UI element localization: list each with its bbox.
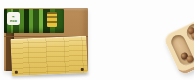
- hinge-pin-icon: [15, 71, 18, 74]
- eco-badge-label: eco: [10, 19, 17, 23]
- product-photo-open-board[interactable]: [85, 0, 194, 80]
- closed-bamboo-board: [10, 36, 88, 76]
- product-gallery: ❧ eco: [0, 0, 194, 80]
- product-photo-closed-board[interactable]: ❧ eco: [0, 0, 97, 80]
- label-inset-graphic: [47, 12, 57, 27]
- eco-badge-icon: ❧ eco: [7, 12, 20, 25]
- box-label-bamboo-art: ❧ eco: [4, 9, 64, 33]
- mancala-board: [162, 0, 194, 76]
- hinge-pin-icon: [81, 68, 84, 71]
